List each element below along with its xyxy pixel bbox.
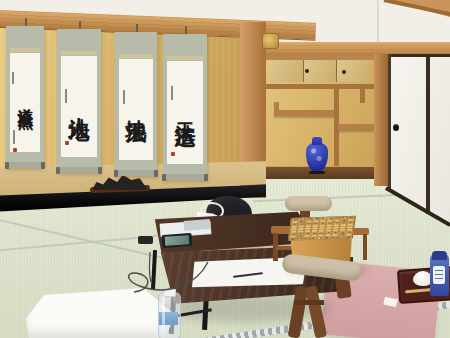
roller-knob	[41, 162, 45, 169]
vase-stand	[309, 171, 325, 174]
roller-knob	[98, 167, 102, 174]
shogi-piece: 香	[345, 236, 351, 239]
scroll-roller	[57, 167, 101, 173]
signature-marks	[12, 72, 14, 84]
board-cell: 香	[345, 236, 352, 239]
hanging-scroll-3: 地法天	[115, 32, 157, 176]
seal-stamp	[171, 152, 175, 156]
shogi-piece: 金	[310, 237, 316, 240]
shelf-bracket	[360, 89, 365, 103]
wall-corner-line	[377, 0, 379, 44]
roller-knob	[204, 174, 208, 181]
shogi-board-grid: 香桂銀金玉金銀桂香飛角歩歩歩歩歩歩歩歩歩歩歩歩歩歩歩歩歩歩角飛香桂銀金王金銀桂香	[288, 216, 356, 241]
calligraphy-text: 道法自然	[6, 36, 44, 162]
shogi-room-photo: 道法自然 人法地 地法天 天法道	[0, 0, 450, 338]
fusuma-top-rail	[388, 54, 450, 57]
staggered-shelf-upper	[274, 110, 336, 116]
tumbler-cap	[432, 251, 447, 260]
signature-marks	[171, 86, 173, 100]
tumbler-label	[433, 266, 445, 284]
scroll-roller	[163, 174, 207, 180]
signature-marks	[123, 90, 125, 104]
scroll-hanger	[136, 24, 138, 32]
roller-knob	[162, 174, 166, 181]
hanging-scroll-2: 人法地	[57, 29, 101, 173]
label-text-line	[435, 270, 443, 271]
fusuma-frame	[388, 54, 391, 190]
seal-stamp	[65, 141, 69, 145]
shogi-piece: 桂	[338, 236, 344, 239]
signature-marks	[65, 89, 67, 103]
roller-knob	[154, 170, 158, 177]
roller-knob	[56, 167, 60, 174]
shelf-divider	[334, 88, 339, 172]
hanging-scroll-4: 天法道	[163, 34, 207, 180]
hanging-scroll-1: 道法自然	[6, 26, 44, 168]
nail-cover-ornament	[262, 33, 279, 49]
scroll-hanger	[25, 18, 27, 26]
cabinet-door	[270, 60, 303, 82]
alcove-right-post	[374, 54, 388, 186]
staggered-shelf-lower	[338, 124, 374, 130]
piece-stand-leg	[363, 234, 367, 260]
calligraphy-text: 人法地	[57, 39, 101, 167]
scroll-roller	[6, 162, 44, 168]
door-pull	[305, 69, 309, 73]
calligraphy-text: 天法道	[163, 44, 207, 174]
cabinet-sliding-doors	[270, 60, 370, 82]
booklet	[184, 219, 211, 231]
seiza-bench-brace	[294, 300, 324, 305]
seal-stamp	[13, 148, 17, 152]
tablet-screen	[165, 235, 190, 246]
blue-vase-neck	[312, 137, 322, 145]
fusuma-handle	[393, 124, 399, 131]
fusuma-frame	[426, 54, 430, 214]
seiza-bench-far	[285, 196, 332, 211]
signature-marks	[13, 130, 15, 144]
scroll-hanger	[79, 21, 81, 29]
label-text-line	[435, 274, 443, 275]
roller-knob	[114, 170, 118, 177]
scroll-hanger	[185, 26, 187, 34]
roller-knob	[5, 162, 9, 169]
scroll-roller	[115, 170, 157, 176]
door-pull	[342, 70, 346, 74]
shelf-lip	[274, 102, 279, 112]
bottle-cap	[163, 288, 176, 297]
bottle-highlight	[162, 296, 165, 330]
calligraphy-text: 地法天	[115, 42, 157, 170]
small-device	[138, 236, 153, 244]
label-text-line	[435, 278, 443, 279]
